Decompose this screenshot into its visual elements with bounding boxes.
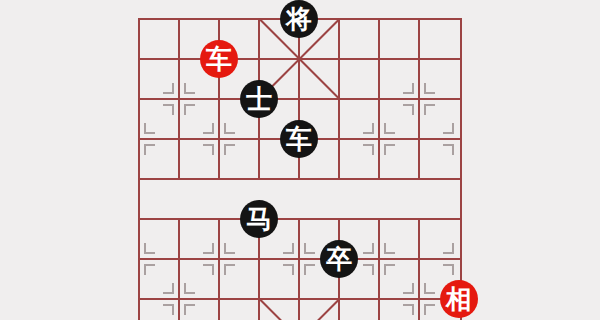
star-point-marker: [384, 123, 395, 134]
star-point-marker: [443, 144, 454, 155]
star-point-marker: [384, 243, 395, 254]
star-point-marker: [144, 243, 155, 254]
star-point-marker: [283, 264, 294, 275]
star-point-marker: [224, 123, 235, 134]
star-point-marker: [363, 123, 374, 134]
star-point-marker: [424, 104, 435, 115]
star-point-marker: [144, 144, 155, 155]
star-point-marker: [424, 283, 435, 294]
star-point-marker: [184, 104, 195, 115]
star-point-marker: [443, 264, 454, 275]
piece-black-advisor[interactable]: 士: [240, 80, 278, 118]
star-point-marker: [403, 104, 414, 115]
board-overlay: 将车士车马卒相: [139, 19, 459, 320]
star-point-marker: [203, 264, 214, 275]
star-point-marker: [144, 123, 155, 134]
star-point-marker: [203, 243, 214, 254]
star-point-marker: [163, 83, 174, 94]
piece-red-chariot[interactable]: 车: [200, 40, 238, 78]
star-point-marker: [184, 83, 195, 94]
star-point-marker: [363, 144, 374, 155]
star-point-marker: [424, 304, 435, 315]
star-point-marker: [384, 144, 395, 155]
star-point-marker: [203, 144, 214, 155]
piece-red-elephant[interactable]: 相: [440, 280, 478, 318]
piece-black-general[interactable]: 将: [280, 0, 318, 38]
star-point-marker: [163, 104, 174, 115]
star-point-marker: [163, 304, 174, 315]
star-point-marker: [403, 283, 414, 294]
piece-black-chariot[interactable]: 车: [280, 120, 318, 158]
star-point-marker: [144, 264, 155, 275]
star-point-marker: [384, 264, 395, 275]
star-point-marker: [184, 283, 195, 294]
star-point-marker: [443, 123, 454, 134]
star-point-marker: [283, 243, 294, 254]
piece-black-horse[interactable]: 马: [240, 200, 278, 238]
star-point-marker: [163, 283, 174, 294]
star-point-marker: [363, 243, 374, 254]
star-point-marker: [184, 304, 195, 315]
star-point-marker: [304, 264, 315, 275]
star-point-marker: [224, 264, 235, 275]
star-point-marker: [424, 83, 435, 94]
star-point-marker: [203, 123, 214, 134]
star-point-marker: [224, 144, 235, 155]
piece-black-pawn[interactable]: 卒: [320, 240, 358, 278]
star-point-marker: [443, 243, 454, 254]
star-point-marker: [304, 243, 315, 254]
star-point-marker: [403, 304, 414, 315]
xiangqi-board-screenshot: 将车士车马卒相: [0, 0, 600, 320]
red-palace-diagonals: [259, 299, 339, 320]
star-point-marker: [363, 264, 374, 275]
star-point-marker: [224, 243, 235, 254]
star-point-marker: [403, 83, 414, 94]
